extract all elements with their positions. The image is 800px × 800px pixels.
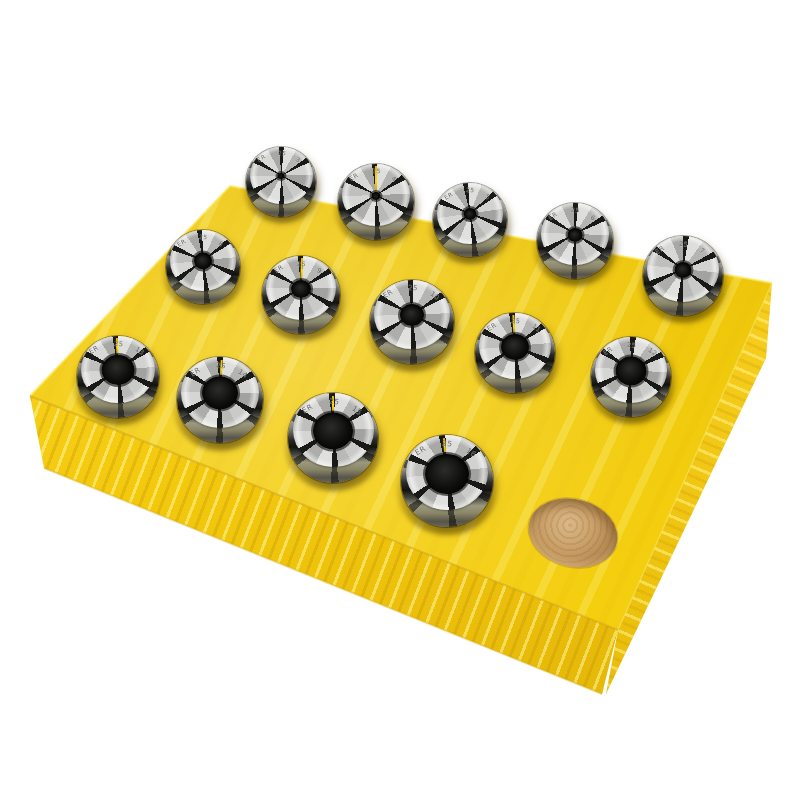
collet-marking-series: 25 bbox=[466, 186, 475, 194]
collet-B5: ER 25 12 bbox=[591, 337, 671, 417]
collet-marking-series: 25 bbox=[679, 239, 689, 248]
collet-A5: ER 25 7 bbox=[643, 236, 723, 316]
collet-A4: ER 25 6 bbox=[537, 203, 613, 279]
collet-A1: ER 25 3 bbox=[246, 147, 316, 217]
collet-bore bbox=[194, 253, 212, 270]
collet-bore bbox=[278, 173, 285, 179]
collet-marking-series: 25 bbox=[113, 339, 123, 348]
collet-B1: ER 25 8 bbox=[166, 230, 240, 304]
collet-C2: ER 25 14 bbox=[177, 357, 263, 443]
collet-marking-series: 25 bbox=[407, 283, 418, 292]
collet-marking-series: 25 bbox=[571, 206, 581, 214]
collet-bore bbox=[464, 208, 477, 220]
collet-bore bbox=[291, 280, 311, 298]
collet-A3: ER 25 5 bbox=[433, 183, 507, 257]
collet-marking-series: 25 bbox=[199, 233, 208, 241]
collet-C3: ER 25 15 bbox=[288, 393, 378, 483]
collet-C1: ER 25 13 bbox=[77, 336, 159, 418]
collet-bore bbox=[400, 304, 424, 326]
collet-B2: ER 25 9 bbox=[262, 256, 340, 334]
collet-marking-series: 25 bbox=[442, 439, 454, 449]
collet-bore bbox=[501, 334, 529, 360]
collet-bore bbox=[313, 412, 353, 449]
collet-bore bbox=[372, 192, 381, 200]
collet-B4: ER 25 11 bbox=[475, 313, 555, 393]
collet-C4: ER 25 16 bbox=[401, 435, 493, 527]
collet-marking-series: 25 bbox=[215, 360, 226, 370]
collet-A2: ER 25 4 bbox=[338, 164, 414, 240]
collet-B3: ER 25 10 bbox=[370, 280, 454, 364]
collet-marking-series: 25 bbox=[277, 150, 286, 157]
collet-bore bbox=[568, 228, 583, 242]
collet-marking-series: 25 bbox=[511, 316, 521, 325]
collet-bore bbox=[202, 377, 238, 410]
collet-marking-series: 25 bbox=[627, 340, 637, 349]
collet-marking-series: 25 bbox=[297, 259, 307, 268]
collet-bore bbox=[102, 355, 135, 385]
collet-bore bbox=[616, 356, 647, 385]
collet-bore bbox=[425, 454, 469, 494]
collet-bore bbox=[675, 262, 692, 278]
product-photo: ER 25 3 ER 25 4 ER 25 5 ER 25 6 ER 25 7 bbox=[0, 0, 800, 800]
collet-marking-series: 25 bbox=[372, 167, 382, 175]
collet-marking-series: 25 bbox=[328, 396, 339, 406]
